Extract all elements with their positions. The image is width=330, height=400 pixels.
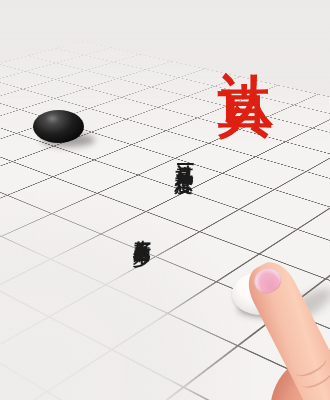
board-area — [0, 0, 330, 400]
white-stone — [232, 272, 289, 315]
slogan-line-1: 认真是一种态度 — [177, 149, 196, 163]
go-poster: 认真 认真是一种态度 走好人生的每一步 — [0, 0, 330, 400]
poster-title: 认真 — [219, 27, 274, 49]
slogan-line-2: 走好人生的每一步 — [135, 226, 153, 238]
black-stone — [33, 110, 84, 143]
